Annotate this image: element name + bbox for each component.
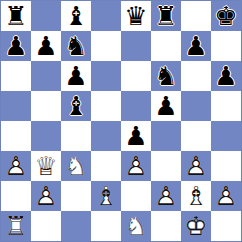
black-pawn: ♟ — [124, 123, 147, 149]
square-e7[interactable] — [121, 31, 151, 61]
square-b7[interactable]: ♟ — [31, 31, 61, 61]
black-king: ♚ — [214, 3, 237, 29]
white-bishop: ♗ — [184, 183, 207, 209]
square-e6[interactable] — [121, 61, 151, 91]
square-f2[interactable]: ♙ — [151, 181, 181, 211]
black-pawn: ♟ — [34, 33, 57, 59]
black-queen: ♛ — [124, 3, 147, 29]
white-pawn: ♙ — [154, 183, 177, 209]
black-pawn: ♟ — [214, 63, 237, 89]
square-a8[interactable]: ♜ — [1, 1, 31, 31]
square-a4[interactable] — [1, 121, 31, 151]
white-pawn: ♙ — [184, 153, 207, 179]
square-h7[interactable] — [211, 31, 241, 61]
square-a1[interactable]: ♖ — [1, 211, 31, 241]
square-g1[interactable]: ♔ — [181, 211, 211, 241]
square-e1[interactable]: ♘ — [121, 211, 151, 241]
square-f8[interactable]: ♜ — [151, 1, 181, 31]
white-rook: ♖ — [4, 213, 27, 239]
square-b8[interactable] — [31, 1, 61, 31]
square-h3[interactable] — [211, 151, 241, 181]
black-pawn: ♟ — [4, 33, 27, 59]
chess-board: ♜♝♛♜♚♟♟♞♟♟♞♟♝♟♟♙♕♘♙♙♙♗♙♗♙♖♘♔ — [0, 0, 242, 242]
black-pawn: ♟ — [154, 93, 177, 119]
square-a7[interactable]: ♟ — [1, 31, 31, 61]
square-d6[interactable] — [91, 61, 121, 91]
white-bishop: ♗ — [94, 183, 117, 209]
square-b5[interactable] — [31, 91, 61, 121]
square-d7[interactable] — [91, 31, 121, 61]
square-f6[interactable]: ♞ — [151, 61, 181, 91]
square-c8[interactable]: ♝ — [61, 1, 91, 31]
square-a2[interactable] — [1, 181, 31, 211]
square-b2[interactable]: ♙ — [31, 181, 61, 211]
square-e8[interactable]: ♛ — [121, 1, 151, 31]
square-f7[interactable] — [151, 31, 181, 61]
square-b6[interactable] — [31, 61, 61, 91]
square-e4[interactable]: ♟ — [121, 121, 151, 151]
square-d4[interactable] — [91, 121, 121, 151]
square-g5[interactable] — [181, 91, 211, 121]
square-a3[interactable]: ♙ — [1, 151, 31, 181]
black-bishop: ♝ — [64, 3, 87, 29]
square-h1[interactable] — [211, 211, 241, 241]
square-h6[interactable]: ♟ — [211, 61, 241, 91]
white-pawn: ♙ — [34, 183, 57, 209]
square-g3[interactable]: ♙ — [181, 151, 211, 181]
square-h5[interactable] — [211, 91, 241, 121]
white-pawn: ♙ — [124, 153, 147, 179]
square-d1[interactable] — [91, 211, 121, 241]
square-f4[interactable] — [151, 121, 181, 151]
square-b3[interactable]: ♕ — [31, 151, 61, 181]
square-a5[interactable] — [1, 91, 31, 121]
square-c2[interactable] — [61, 181, 91, 211]
black-bishop: ♝ — [64, 93, 87, 119]
square-c4[interactable] — [61, 121, 91, 151]
white-knight: ♘ — [64, 153, 87, 179]
square-b4[interactable] — [31, 121, 61, 151]
square-c5[interactable]: ♝ — [61, 91, 91, 121]
square-e3[interactable]: ♙ — [121, 151, 151, 181]
square-e2[interactable] — [121, 181, 151, 211]
square-g6[interactable] — [181, 61, 211, 91]
square-g4[interactable] — [181, 121, 211, 151]
square-c7[interactable]: ♞ — [61, 31, 91, 61]
square-d8[interactable] — [91, 1, 121, 31]
black-rook: ♜ — [4, 3, 27, 29]
black-knight: ♞ — [154, 63, 177, 89]
white-pawn: ♙ — [4, 153, 27, 179]
square-a6[interactable] — [1, 61, 31, 91]
square-f1[interactable] — [151, 211, 181, 241]
square-c1[interactable] — [61, 211, 91, 241]
black-pawn: ♟ — [64, 63, 87, 89]
square-f5[interactable]: ♟ — [151, 91, 181, 121]
square-d5[interactable] — [91, 91, 121, 121]
black-rook: ♜ — [154, 3, 177, 29]
square-h8[interactable]: ♚ — [211, 1, 241, 31]
square-d3[interactable] — [91, 151, 121, 181]
white-king: ♔ — [184, 213, 207, 239]
square-g2[interactable]: ♗ — [181, 181, 211, 211]
square-d2[interactable]: ♗ — [91, 181, 121, 211]
square-f3[interactable] — [151, 151, 181, 181]
black-knight: ♞ — [64, 33, 87, 59]
square-h4[interactable] — [211, 121, 241, 151]
white-queen: ♕ — [34, 153, 57, 179]
white-pawn: ♙ — [214, 183, 237, 209]
square-b1[interactable] — [31, 211, 61, 241]
black-pawn: ♟ — [184, 33, 207, 59]
square-h2[interactable]: ♙ — [211, 181, 241, 211]
square-e5[interactable] — [121, 91, 151, 121]
square-c6[interactable]: ♟ — [61, 61, 91, 91]
square-g7[interactable]: ♟ — [181, 31, 211, 61]
square-c3[interactable]: ♘ — [61, 151, 91, 181]
square-g8[interactable] — [181, 1, 211, 31]
white-knight: ♘ — [124, 213, 147, 239]
